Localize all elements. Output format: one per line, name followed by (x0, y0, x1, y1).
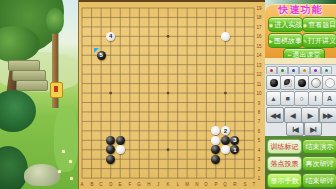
row-label: 16 (255, 34, 263, 39)
training-mark-button[interactable]: 训练标记 (267, 139, 302, 154)
flower (58, 170, 61, 173)
letter-a-icon: A (327, 95, 332, 102)
bar-mark-button[interactable]: Ⅰ (308, 91, 323, 106)
stone-white-Q16 (221, 32, 230, 41)
tab-dot-icon (292, 69, 295, 72)
end-demo-button[interactable]: 结束演示 (302, 139, 336, 154)
black-stone-tool-button[interactable] (266, 75, 281, 90)
col-label: T (250, 182, 258, 187)
col-label: O (203, 182, 211, 187)
play-icon: ◉ (269, 22, 273, 28)
move-number: 4 (106, 32, 115, 41)
stone-black-E5 (116, 136, 125, 145)
col-label: P (212, 182, 220, 187)
tool-tab-5[interactable] (310, 66, 321, 74)
tool-tab-4[interactable] (299, 66, 310, 74)
to-start-icon: Ⅰ◀ (292, 126, 297, 133)
row-label: 10 (255, 91, 263, 96)
row-label: 15 (255, 44, 263, 49)
col-label: J (155, 182, 163, 187)
row-label: 13 (255, 62, 263, 67)
col-label: S (241, 182, 249, 187)
row-label: 18 (255, 15, 263, 20)
to-end-icon: ▶Ⅰ (310, 126, 315, 133)
scenery-background (0, 0, 78, 189)
pole-vine (46, 8, 64, 34)
stone-black-Q5 (221, 136, 230, 145)
row-label: 1 (255, 176, 263, 181)
move-number: 3 (230, 136, 239, 145)
last-move-cursor-icon (94, 48, 99, 53)
end-discussion-button[interactable]: 结束研讨 (302, 173, 336, 188)
col-label: H (145, 182, 153, 187)
grass-patch (54, 108, 78, 172)
rock (24, 164, 60, 186)
stone-black-C14: 5 (97, 51, 106, 60)
tool-tab-2[interactable] (277, 66, 288, 74)
row-label: 8 (255, 110, 263, 115)
tab-dot-icon (303, 69, 306, 72)
square-icon: ■ (285, 95, 289, 102)
rewind-icon: ◀◀ (271, 112, 280, 119)
tab-dot-icon (281, 69, 284, 72)
col-label: F (126, 182, 134, 187)
fast-forward-button[interactable]: ▶▶ (319, 107, 336, 123)
col-label: R (231, 182, 239, 187)
stone-white-E4 (116, 145, 125, 154)
tool-tab-1[interactable] (266, 66, 277, 74)
circle-icon: ○ (299, 95, 303, 102)
point-vote-button[interactable]: 落点投票 (267, 156, 302, 171)
row-label: 7 (255, 119, 263, 124)
white-stone-icon (311, 78, 321, 88)
sign-tag (50, 82, 63, 98)
forward-button[interactable]: ▶ (301, 107, 319, 123)
panel-title: 快速功能 (265, 3, 336, 17)
white-stone-light-icon (325, 78, 335, 88)
white-stone-tool-button[interactable] (308, 75, 323, 90)
col-label: Q (222, 182, 230, 187)
row-label: 19 (255, 6, 263, 11)
discuss-again-button[interactable]: 再次研讨 (302, 156, 336, 171)
tool-tab-6[interactable] (321, 66, 332, 74)
col-label: B (88, 182, 96, 187)
col-label: K (164, 182, 172, 187)
row-label: 14 (255, 53, 263, 58)
row-label: 5 (255, 138, 263, 143)
stone-black-P3 (211, 155, 220, 164)
row-label: 6 (255, 129, 263, 134)
open-lecture-button[interactable]: ✎ 打开讲义 (302, 33, 336, 48)
enter-game-button[interactable]: ◉ 进入实战 (268, 17, 303, 32)
stone-black-R5: 3 (230, 136, 239, 145)
to-start-button[interactable]: Ⅰ◀ (286, 122, 304, 136)
tool-panel: ▲■○ⅠA◀◀◀▶▶▶Ⅰ◀▶Ⅰ (265, 64, 336, 137)
col-label: G (136, 182, 144, 187)
col-label: E (116, 182, 124, 187)
row-label: 17 (255, 25, 263, 30)
white-stone-light-tool-button[interactable] (322, 75, 336, 90)
rewind-button[interactable]: ◀◀ (266, 107, 284, 123)
triangle-mark-button[interactable]: ▲ (266, 91, 281, 106)
lecture-icon: ✎ (303, 38, 307, 44)
row-label: 11 (255, 81, 263, 86)
stone-black-R4: 1 (230, 145, 239, 154)
col-label: N (193, 182, 201, 187)
col-label: D (107, 182, 115, 187)
flower (70, 177, 73, 180)
row-label: 9 (255, 100, 263, 105)
move-number: 1 (230, 145, 239, 154)
circle-mark-button[interactable]: ○ (294, 91, 309, 106)
stone-white-Q6: 2 (221, 126, 230, 135)
back-button[interactable]: ◀ (284, 107, 302, 123)
flower (69, 160, 72, 163)
black-stone-alt-tool-button[interactable] (294, 75, 309, 90)
marked-stone-tool-button[interactable] (280, 75, 295, 90)
board-icon: ◉ (303, 22, 307, 28)
to-end-button[interactable]: ▶Ⅰ (304, 122, 322, 136)
letter-a-mark-button[interactable]: A (322, 91, 336, 106)
row-label: 3 (255, 157, 263, 162)
show-move-numbers-button[interactable]: 显示手数 (267, 173, 302, 188)
flower (62, 150, 65, 153)
go-story-button[interactable]: ▶ 围棋故事 (268, 33, 303, 48)
stone-black-D5 (106, 136, 115, 145)
black-stone-icon (270, 79, 278, 87)
story-icon: ▶ (269, 38, 273, 44)
row-label: 4 (255, 148, 263, 153)
go-board[interactable]: ABCDEFGHJKLMNOPQRST191817161514131211109… (78, 0, 265, 189)
col-label: A (78, 182, 86, 187)
tab-dot-icon (314, 69, 317, 72)
triangle-icon: ▲ (270, 95, 277, 102)
back-icon: ◀ (290, 112, 294, 119)
fast-forward-icon: ▶▶ (323, 112, 332, 119)
row-label: 2 (255, 166, 263, 171)
row-label: 12 (255, 72, 263, 77)
forward-icon: ▶ (308, 112, 312, 119)
bar-icon: Ⅰ (314, 95, 316, 102)
bush (0, 90, 36, 132)
view-problem-button[interactable]: ◉ 查看题目 (302, 17, 336, 32)
stone-white-D16: 4 (106, 32, 115, 41)
tab-dot-icon (270, 69, 273, 72)
stone-black-D3 (106, 155, 115, 164)
tool-tab-3[interactable] (288, 66, 299, 74)
move-number: 2 (221, 126, 230, 135)
col-label: C (97, 182, 105, 187)
square-mark-button[interactable]: ■ (280, 91, 295, 106)
bush (0, 146, 28, 189)
tab-dot-icon (325, 69, 328, 72)
col-label: L (174, 182, 182, 187)
marked-stone-icon (284, 79, 292, 87)
stone-step (16, 80, 48, 91)
col-label: M (183, 182, 191, 187)
black-stone-alt-icon (298, 79, 306, 87)
